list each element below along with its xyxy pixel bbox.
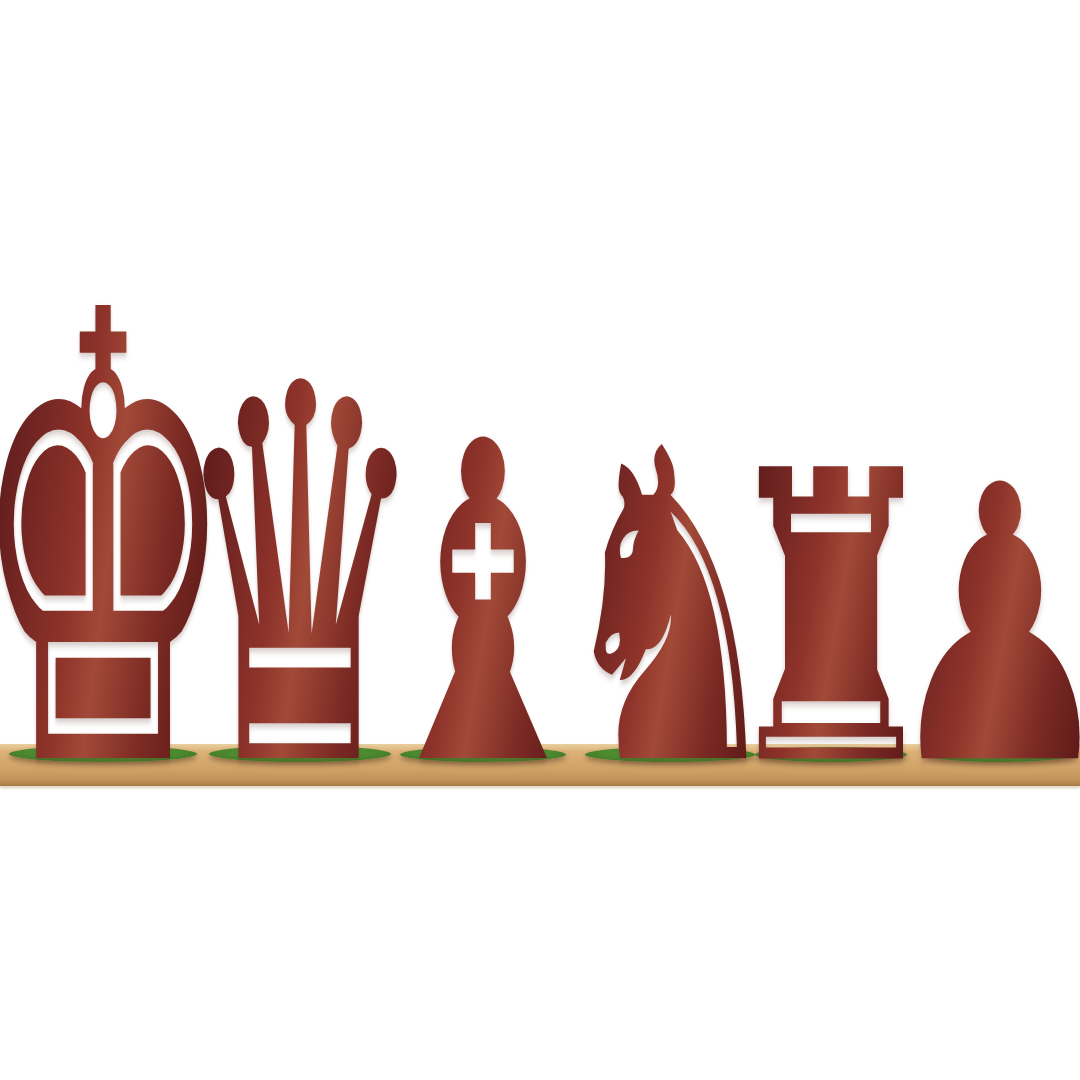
product-photo-canvas: ♚ ♛ ♝ ♞ ♜ ♟ [0,0,1080,1080]
pawn-piece[interactable]: ♟ [881,437,1080,817]
